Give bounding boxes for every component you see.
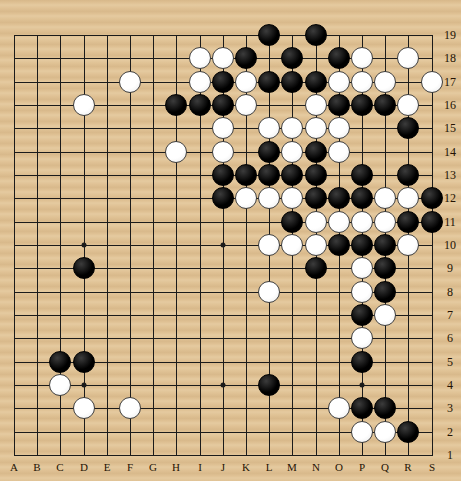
col-label-E: E (104, 461, 111, 473)
stone-white-R16[interactable] (397, 94, 419, 116)
stone-black-N12[interactable] (305, 187, 327, 209)
stone-black-S12[interactable] (421, 187, 443, 209)
stone-white-M12[interactable] (281, 187, 303, 209)
stone-black-Q9[interactable] (374, 257, 396, 279)
stone-black-R2[interactable] (397, 421, 419, 443)
row-label-8: 8 (447, 285, 453, 300)
row-label-5: 5 (447, 355, 453, 370)
stone-white-P17[interactable] (351, 71, 373, 93)
stone-black-K18[interactable] (235, 47, 257, 69)
stone-black-P16[interactable] (351, 94, 373, 116)
stone-white-P2[interactable] (351, 421, 373, 443)
stone-black-R15[interactable] (397, 117, 419, 139)
stone-black-J16[interactable] (212, 94, 234, 116)
stone-white-I17[interactable] (189, 71, 211, 93)
col-label-Q: Q (381, 461, 389, 473)
row-label-11: 11 (444, 215, 456, 230)
row-label-15: 15 (444, 121, 456, 136)
star-point (360, 383, 365, 388)
row-label-1: 1 (447, 448, 453, 463)
stone-white-Q2[interactable] (374, 421, 396, 443)
col-label-I: I (198, 461, 202, 473)
stone-black-N9[interactable] (305, 257, 327, 279)
stone-white-J14[interactable] (212, 141, 234, 163)
go-board-app: ABCDEFGHIJKLMNOPQRS 19181716151413121110… (0, 0, 461, 481)
col-label-J: J (221, 461, 225, 473)
stone-white-F17[interactable] (119, 71, 141, 93)
stone-black-M17[interactable] (281, 71, 303, 93)
stone-white-N10[interactable] (305, 234, 327, 256)
stone-black-J12[interactable] (212, 187, 234, 209)
col-label-R: R (404, 461, 411, 473)
row-label-13: 13 (444, 168, 456, 183)
row-label-17: 17 (444, 75, 456, 90)
col-label-L: L (266, 461, 273, 473)
stone-black-P12[interactable] (351, 187, 373, 209)
stone-black-O16[interactable] (328, 94, 350, 116)
stone-white-M15[interactable] (281, 117, 303, 139)
row-label-14: 14 (444, 145, 456, 160)
col-label-A: A (10, 461, 18, 473)
stone-white-J15[interactable] (212, 117, 234, 139)
stone-white-D16[interactable] (73, 94, 95, 116)
stone-white-P8[interactable] (351, 281, 373, 303)
stone-white-N11[interactable] (305, 211, 327, 233)
row-label-2: 2 (447, 425, 453, 440)
stone-white-L10[interactable] (258, 234, 280, 256)
stone-black-N14[interactable] (305, 141, 327, 163)
stone-black-M11[interactable] (281, 211, 303, 233)
row-label-16: 16 (444, 98, 456, 113)
stone-black-R13[interactable] (397, 164, 419, 186)
stone-white-D3[interactable] (73, 397, 95, 419)
stone-white-K16[interactable] (235, 94, 257, 116)
row-label-7: 7 (447, 308, 453, 323)
stone-black-Q8[interactable] (374, 281, 396, 303)
stone-black-L19[interactable] (258, 24, 280, 46)
stone-black-P10[interactable] (351, 234, 373, 256)
row-label-6: 6 (447, 331, 453, 346)
stone-black-L4[interactable] (258, 374, 280, 396)
stone-black-D9[interactable] (73, 257, 95, 279)
col-label-S: S (429, 461, 435, 473)
stone-black-J17[interactable] (212, 71, 234, 93)
stone-white-Q17[interactable] (374, 71, 396, 93)
stone-white-P18[interactable] (351, 47, 373, 69)
stone-black-L14[interactable] (258, 141, 280, 163)
stone-white-F3[interactable] (119, 397, 141, 419)
stone-black-Q10[interactable] (374, 234, 396, 256)
stone-white-O15[interactable] (328, 117, 350, 139)
stone-white-O17[interactable] (328, 71, 350, 93)
col-label-H: H (172, 461, 180, 473)
stone-black-O12[interactable] (328, 187, 350, 209)
row-label-19: 19 (444, 28, 456, 43)
stone-white-I18[interactable] (189, 47, 211, 69)
col-label-F: F (127, 461, 133, 473)
stone-black-I16[interactable] (189, 94, 211, 116)
row-label-10: 10 (444, 238, 456, 253)
stone-black-Q3[interactable] (374, 397, 396, 419)
stone-white-L8[interactable] (258, 281, 280, 303)
stone-white-N15[interactable] (305, 117, 327, 139)
stone-white-R10[interactable] (397, 234, 419, 256)
stone-white-O3[interactable] (328, 397, 350, 419)
star-point (82, 243, 87, 248)
stone-black-P5[interactable] (351, 351, 373, 373)
stone-black-N19[interactable] (305, 24, 327, 46)
stone-black-L17[interactable] (258, 71, 280, 93)
stone-white-O14[interactable] (328, 141, 350, 163)
stone-black-P3[interactable] (351, 397, 373, 419)
stone-white-S17[interactable] (421, 71, 443, 93)
stone-black-R11[interactable] (397, 211, 419, 233)
row-label-18: 18 (444, 51, 456, 66)
grid-line (14, 455, 433, 456)
star-point (82, 383, 87, 388)
stone-white-Q12[interactable] (374, 187, 396, 209)
col-label-D: D (80, 461, 88, 473)
col-label-B: B (33, 461, 40, 473)
stone-black-J13[interactable] (212, 164, 234, 186)
stone-white-P11[interactable] (351, 211, 373, 233)
col-label-G: G (149, 461, 157, 473)
stone-white-R12[interactable] (397, 187, 419, 209)
stone-black-O10[interactable] (328, 234, 350, 256)
stone-white-N16[interactable] (305, 94, 327, 116)
stone-black-H16[interactable] (165, 94, 187, 116)
stone-black-D5[interactable] (73, 351, 95, 373)
row-label-4: 4 (447, 378, 453, 393)
stone-black-N17[interactable] (305, 71, 327, 93)
col-label-K: K (242, 461, 250, 473)
row-label-3: 3 (447, 401, 453, 416)
stone-white-R18[interactable] (397, 47, 419, 69)
stone-black-K13[interactable] (235, 164, 257, 186)
row-label-9: 9 (447, 261, 453, 276)
col-label-N: N (312, 461, 320, 473)
stone-white-P6[interactable] (351, 327, 373, 349)
stone-white-Q11[interactable] (374, 211, 396, 233)
stone-white-O11[interactable] (328, 211, 350, 233)
col-label-M: M (287, 461, 297, 473)
stone-white-H14[interactable] (165, 141, 187, 163)
col-label-O: O (335, 461, 343, 473)
stone-black-N13[interactable] (305, 164, 327, 186)
stone-black-Q16[interactable] (374, 94, 396, 116)
star-point (221, 383, 226, 388)
grid-line (432, 35, 433, 456)
row-label-12: 12 (444, 191, 456, 206)
stone-white-L12[interactable] (258, 187, 280, 209)
stone-white-M14[interactable] (281, 141, 303, 163)
stone-black-M18[interactable] (281, 47, 303, 69)
stone-black-O18[interactable] (328, 47, 350, 69)
stone-white-P9[interactable] (351, 257, 373, 279)
star-point (221, 243, 226, 248)
stone-white-C4[interactable] (49, 374, 71, 396)
stone-black-L13[interactable] (258, 164, 280, 186)
stone-black-M13[interactable] (281, 164, 303, 186)
stone-black-S11[interactable] (421, 211, 443, 233)
col-label-P: P (359, 461, 365, 473)
col-label-C: C (56, 461, 63, 473)
stone-white-L15[interactable] (258, 117, 280, 139)
stone-white-J18[interactable] (212, 47, 234, 69)
stone-black-C5[interactable] (49, 351, 71, 373)
stone-white-K17[interactable] (235, 71, 257, 93)
stone-black-P7[interactable] (351, 304, 373, 326)
stone-white-K12[interactable] (235, 187, 257, 209)
stone-white-M10[interactable] (281, 234, 303, 256)
stone-black-P13[interactable] (351, 164, 373, 186)
stone-white-Q7[interactable] (374, 304, 396, 326)
